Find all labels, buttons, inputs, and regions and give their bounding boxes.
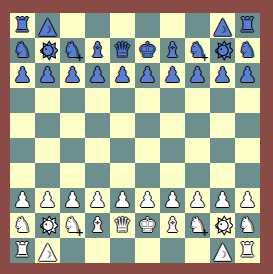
square-c9[interactable]: ♞+ <box>60 38 85 63</box>
square-e6[interactable] <box>110 113 135 138</box>
lion-icon <box>37 40 58 61</box>
square-f10[interactable] <box>135 13 160 38</box>
square-h4[interactable] <box>185 163 210 188</box>
square-f7[interactable] <box>135 88 160 113</box>
square-j7[interactable] <box>235 88 260 113</box>
piece-black-pawn[interactable]: ♟ <box>85 63 110 88</box>
lion-icon <box>212 40 233 61</box>
square-c3[interactable]: ♟ <box>60 188 85 213</box>
square-d7[interactable] <box>85 88 110 113</box>
piece-white-lion[interactable] <box>210 213 235 238</box>
square-a7[interactable] <box>10 88 35 113</box>
square-b3[interactable]: ♟ <box>35 188 60 213</box>
square-g5[interactable] <box>160 138 185 163</box>
square-h9[interactable]: ♞+ <box>185 38 210 63</box>
square-d5[interactable] <box>85 138 110 163</box>
square-a9[interactable]: ♞ <box>10 38 35 63</box>
piece-black-queen[interactable]: ♛ <box>110 38 135 63</box>
square-a3[interactable]: ♟ <box>10 188 35 213</box>
square-b5[interactable] <box>35 138 60 163</box>
archbishop-cross-icon: + <box>76 53 84 63</box>
square-b1[interactable]: ▲☽ <box>35 238 60 263</box>
square-b7[interactable] <box>35 88 60 113</box>
piece-white-pawn[interactable]: ♟ <box>235 188 260 213</box>
square-d6[interactable] <box>85 113 110 138</box>
square-j4[interactable] <box>235 163 260 188</box>
square-g1[interactable] <box>160 238 185 263</box>
piece-white-pawn[interactable]: ♟ <box>210 188 235 213</box>
square-c8[interactable]: ♟ <box>60 63 85 88</box>
square-e7[interactable] <box>110 88 135 113</box>
piece-white-king[interactable]: ♚ <box>135 213 160 238</box>
archbishop-cross-icon: + <box>201 53 209 63</box>
square-i7[interactable] <box>210 88 235 113</box>
square-d8[interactable]: ♟ <box>85 63 110 88</box>
square-c7[interactable] <box>60 88 85 113</box>
piece-black-archbishop[interactable]: ♞+ <box>185 38 210 63</box>
lion-icon <box>37 215 58 236</box>
square-g7[interactable] <box>160 88 185 113</box>
square-j1[interactable]: ♜ <box>235 238 260 263</box>
piece-white-pawn[interactable]: ♟ <box>110 188 135 213</box>
square-g8[interactable]: ♟ <box>160 63 185 88</box>
square-h6[interactable] <box>185 113 210 138</box>
square-e2[interactable]: ♛ <box>110 213 135 238</box>
piece-white-bishop[interactable]: ♝ <box>160 213 185 238</box>
square-h1[interactable] <box>185 238 210 263</box>
piece-white-rook[interactable]: ♜ <box>10 238 35 263</box>
square-e8[interactable]: ♟ <box>110 63 135 88</box>
square-i10[interactable]: ▲☽ <box>210 13 235 38</box>
square-c6[interactable] <box>60 113 85 138</box>
piece-white-queen[interactable]: ♛ <box>110 213 135 238</box>
square-c1[interactable] <box>60 238 85 263</box>
square-e4[interactable] <box>110 163 135 188</box>
wizard-moon-icon: ☽ <box>43 25 52 35</box>
square-g3[interactable]: ♟ <box>160 188 185 213</box>
lion-icon <box>212 215 233 236</box>
piece-white-pawn[interactable]: ♟ <box>60 188 85 213</box>
square-b4[interactable] <box>35 163 60 188</box>
square-h3[interactable]: ♟ <box>185 188 210 213</box>
square-e10[interactable] <box>110 13 135 38</box>
piece-black-lion[interactable] <box>210 38 235 63</box>
square-d3[interactable]: ♟ <box>85 188 110 213</box>
square-f4[interactable] <box>135 163 160 188</box>
square-d9[interactable]: ♝ <box>85 38 110 63</box>
square-f5[interactable] <box>135 138 160 163</box>
square-h2[interactable]: ♞+ <box>185 213 210 238</box>
square-g9[interactable]: ♝ <box>160 38 185 63</box>
piece-black-bishop[interactable]: ♝ <box>85 38 110 63</box>
square-h8[interactable]: ♟ <box>185 63 210 88</box>
square-a5[interactable] <box>10 138 35 163</box>
piece-black-rook[interactable]: ♜ <box>10 13 35 38</box>
piece-black-knight[interactable]: ♞ <box>235 38 260 63</box>
piece-black-pawn[interactable]: ♟ <box>60 63 85 88</box>
square-a4[interactable] <box>10 163 35 188</box>
piece-black-knight[interactable]: ♞ <box>10 38 35 63</box>
piece-black-pawn[interactable]: ♟ <box>35 63 60 88</box>
square-b6[interactable] <box>35 113 60 138</box>
square-j3[interactable]: ♟ <box>235 188 260 213</box>
square-e1[interactable] <box>110 238 135 263</box>
piece-white-wizard[interactable]: ▲☽ <box>35 238 60 263</box>
square-i1[interactable]: ▲☽ <box>210 238 235 263</box>
square-a2[interactable]: ♞ <box>10 213 35 238</box>
square-a1[interactable]: ♜ <box>10 238 35 263</box>
square-i8[interactable]: ♟ <box>210 63 235 88</box>
square-a6[interactable] <box>10 113 35 138</box>
piece-black-king[interactable]: ♚ <box>135 38 160 63</box>
archbishop-cross-icon: + <box>76 228 84 238</box>
square-b8[interactable]: ♟ <box>35 63 60 88</box>
piece-black-archbishop[interactable]: ♞+ <box>60 38 85 63</box>
square-c5[interactable] <box>60 138 85 163</box>
piece-white-pawn[interactable]: ♟ <box>35 188 60 213</box>
piece-black-pawn[interactable]: ♟ <box>160 63 185 88</box>
wizard-moon-icon: ☽ <box>43 250 52 260</box>
square-e5[interactable] <box>110 138 135 163</box>
square-b10[interactable]: ▲☽ <box>35 13 60 38</box>
piece-white-knight[interactable]: ♞ <box>235 213 260 238</box>
square-c10[interactable] <box>60 13 85 38</box>
piece-white-pawn[interactable]: ♟ <box>160 188 185 213</box>
square-j10[interactable]: ♜ <box>235 13 260 38</box>
square-c2[interactable]: ♞+ <box>60 213 85 238</box>
square-j6[interactable] <box>235 113 260 138</box>
piece-white-pawn[interactable]: ♟ <box>135 188 160 213</box>
piece-white-archbishop[interactable]: ♞+ <box>60 213 85 238</box>
wizard-moon-icon: ☽ <box>218 250 227 260</box>
piece-white-pawn[interactable]: ♟ <box>10 188 35 213</box>
square-i2[interactable] <box>210 213 235 238</box>
square-h7[interactable] <box>185 88 210 113</box>
square-c4[interactable] <box>60 163 85 188</box>
piece-black-wizard[interactable]: ▲☽ <box>210 13 235 38</box>
square-i3[interactable]: ♟ <box>210 188 235 213</box>
piece-white-wizard[interactable]: ▲☽ <box>210 238 235 263</box>
piece-black-wizard[interactable]: ▲☽ <box>35 13 60 38</box>
piece-white-rook[interactable]: ♜ <box>235 238 260 263</box>
piece-white-archbishop[interactable]: ♞+ <box>185 213 210 238</box>
square-g2[interactable]: ♝ <box>160 213 185 238</box>
piece-black-rook[interactable]: ♜ <box>235 13 260 38</box>
square-g10[interactable] <box>160 13 185 38</box>
square-j8[interactable]: ♟ <box>235 63 260 88</box>
game-board: ♜▲☽▲☽♜♞♞+♝♛♚♝♞+♞♟♟♟♟♟♟♟♟♟♟♟♟♟♟♟♟♟♟♟♟♞♞+♝… <box>10 13 260 263</box>
piece-black-bishop[interactable]: ♝ <box>160 38 185 63</box>
square-f9[interactable]: ♚ <box>135 38 160 63</box>
square-d1[interactable] <box>85 238 110 263</box>
square-a8[interactable]: ♟ <box>10 63 35 88</box>
square-g4[interactable] <box>160 163 185 188</box>
square-j5[interactable] <box>235 138 260 163</box>
piece-black-pawn[interactable]: ♟ <box>10 63 35 88</box>
square-i4[interactable] <box>210 163 235 188</box>
square-d10[interactable] <box>85 13 110 38</box>
square-h5[interactable] <box>185 138 210 163</box>
square-i6[interactable] <box>210 113 235 138</box>
square-i5[interactable] <box>210 138 235 163</box>
square-e3[interactable]: ♟ <box>110 188 135 213</box>
piece-black-pawn[interactable]: ♟ <box>235 63 260 88</box>
piece-white-bishop[interactable]: ♝ <box>85 213 110 238</box>
square-f6[interactable] <box>135 113 160 138</box>
square-a10[interactable]: ♜ <box>10 13 35 38</box>
square-f3[interactable]: ♟ <box>135 188 160 213</box>
archbishop-cross-icon: + <box>201 228 209 238</box>
square-d4[interactable] <box>85 163 110 188</box>
wizard-moon-icon: ☽ <box>218 25 227 35</box>
square-f8[interactable]: ♟ <box>135 63 160 88</box>
square-b2[interactable] <box>35 213 60 238</box>
square-e9[interactable]: ♛ <box>110 38 135 63</box>
square-j9[interactable]: ♞ <box>235 38 260 63</box>
square-f1[interactable] <box>135 238 160 263</box>
piece-white-lion[interactable] <box>35 213 60 238</box>
square-d2[interactable]: ♝ <box>85 213 110 238</box>
piece-black-pawn[interactable]: ♟ <box>110 63 135 88</box>
square-j2[interactable]: ♞ <box>235 213 260 238</box>
square-g6[interactable] <box>160 113 185 138</box>
square-b9[interactable] <box>35 38 60 63</box>
square-f2[interactable]: ♚ <box>135 213 160 238</box>
piece-white-knight[interactable]: ♞ <box>10 213 35 238</box>
piece-black-lion[interactable] <box>35 38 60 63</box>
square-h10[interactable] <box>185 13 210 38</box>
piece-white-pawn[interactable]: ♟ <box>85 188 110 213</box>
piece-black-pawn[interactable]: ♟ <box>135 63 160 88</box>
piece-black-pawn[interactable]: ♟ <box>210 63 235 88</box>
piece-black-pawn[interactable]: ♟ <box>185 63 210 88</box>
square-i9[interactable] <box>210 38 235 63</box>
piece-white-pawn[interactable]: ♟ <box>185 188 210 213</box>
